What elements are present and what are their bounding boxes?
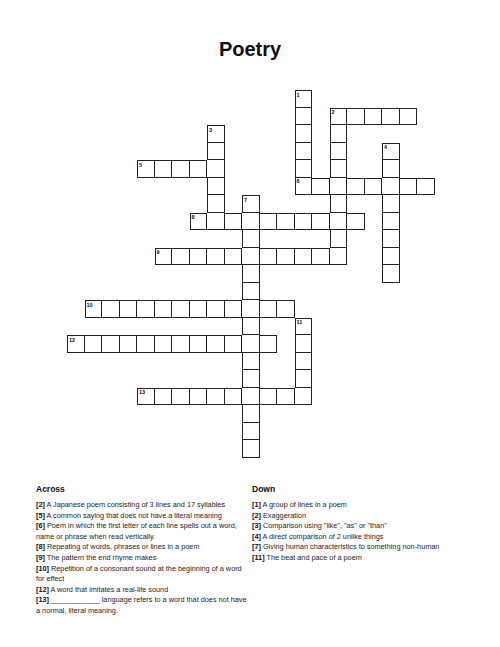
clue-number: [12] (36, 585, 49, 594)
grid-cell-r12c7[interactable] (190, 300, 208, 318)
grid-cell-r2c15[interactable] (330, 125, 348, 143)
grid-cell-r10c18[interactable] (382, 265, 400, 283)
grid-cell-r14c1[interactable] (85, 335, 103, 353)
grid-cell-r17c4[interactable]: 13 (137, 388, 155, 406)
grid-cell-r0c13[interactable]: 1 (295, 90, 313, 108)
clue-across-10: [10] Repetition of a consonant sound at … (36, 564, 252, 585)
grid-cell-r17c8[interactable] (207, 388, 225, 406)
grid-cell-r8c18[interactable] (382, 230, 400, 248)
grid-cell-r7c12[interactable] (277, 213, 295, 231)
grid-cell-r14c13[interactable] (295, 335, 313, 353)
clue-across-6: [6] Poem in which the first letter of ea… (36, 521, 252, 542)
grid-cell-r12c11[interactable] (260, 300, 278, 318)
clue-down-4: [4] A direct comparison of 2 unlike thin… (252, 532, 488, 543)
grid-cell-r1c18[interactable] (382, 108, 400, 126)
grid-cell-r1c15[interactable]: 2 (330, 108, 348, 126)
cell-number-3: 3 (209, 127, 212, 133)
clue-number: [2] (36, 500, 45, 509)
grid-cell-r9c18[interactable] (382, 248, 400, 266)
grid-cell-r4c4[interactable]: 5 (137, 160, 155, 178)
clue-number: [3] (252, 521, 261, 530)
cell-number-10: 10 (87, 302, 93, 308)
across-clues: Across [2] A Japanese poem consisting of… (36, 484, 252, 617)
clue-down-7: [7] Giving human characteristics to some… (252, 542, 488, 553)
grid-cell-r7c16[interactable] (347, 213, 365, 231)
grid-cell-r1c17[interactable] (365, 108, 383, 126)
grid-cell-r9c11[interactable] (260, 248, 278, 266)
clue-number: [11] (252, 553, 265, 562)
grid-cell-r12c3[interactable] (120, 300, 138, 318)
clue-down-3: [3] Comparison using "like", "as" or "th… (252, 521, 488, 532)
grid-cell-r8c15[interactable] (330, 230, 348, 248)
grid-cell-r2c13[interactable] (295, 125, 313, 143)
grid-cell-r3c18[interactable]: 4 (382, 143, 400, 161)
grid-cell-r12c6[interactable] (172, 300, 190, 318)
puzzle-title: Poetry (0, 38, 500, 61)
grid-cell-r14c5[interactable] (155, 335, 173, 353)
grid-cell-r17c5[interactable] (155, 388, 173, 406)
grid-cell-r4c15[interactable] (330, 160, 348, 178)
grid-cell-r9c9[interactable] (225, 248, 243, 266)
clue-across-12: [12] A word that imitates a real-life so… (36, 585, 252, 596)
crossword-grid: 12345678910111213 (67, 90, 435, 458)
grid-cell-r14c2[interactable] (102, 335, 120, 353)
grid-cell-r5c18[interactable] (382, 178, 400, 196)
cell-number-1: 1 (297, 92, 300, 98)
grid-cell-r9c6[interactable] (172, 248, 190, 266)
grid-cell-r14c11[interactable] (260, 335, 278, 353)
down-clues: Down [1] A group of lines in a poem[2] E… (252, 484, 488, 564)
clue-number: [9] (36, 553, 45, 562)
cell-number-8: 8 (192, 214, 195, 220)
grid-cell-r4c5[interactable] (155, 160, 173, 178)
grid-cell-r6c15[interactable] (330, 195, 348, 213)
grid-cell-r12c4[interactable] (137, 300, 155, 318)
grid-cell-r5c14[interactable] (312, 178, 330, 196)
grid-cell-r11c10[interactable] (242, 283, 260, 301)
grid-cell-r3c13[interactable] (295, 143, 313, 161)
grid-cell-r10c10[interactable] (242, 265, 260, 283)
grid-cell-r7c18[interactable] (382, 213, 400, 231)
grid-cell-r17c12[interactable] (277, 388, 295, 406)
grid-cell-r6c8[interactable] (207, 195, 225, 213)
grid-cell-r4c18[interactable] (382, 160, 400, 178)
across-header: Across (36, 484, 252, 494)
grid-cell-r9c10[interactable] (242, 248, 260, 266)
grid-cell-r6c10[interactable]: 7 (242, 195, 260, 213)
clue-number: [6] (36, 521, 45, 530)
grid-cell-r7c13[interactable] (295, 213, 313, 231)
clue-number: [13] (36, 595, 49, 604)
clue-down-2: [2] Exaggeration (252, 511, 488, 522)
grid-cell-r3c15[interactable] (330, 143, 348, 161)
grid-cell-r14c9[interactable] (225, 335, 243, 353)
grid-cell-r14c0[interactable]: 12 (67, 335, 85, 353)
grid-cell-r4c6[interactable] (172, 160, 190, 178)
grid-cell-r12c1[interactable]: 10 (85, 300, 103, 318)
grid-cell-r7c11[interactable] (260, 213, 278, 231)
grid-cell-r9c7[interactable] (190, 248, 208, 266)
grid-cell-r5c16[interactable] (347, 178, 365, 196)
clue-number: [1] (252, 500, 261, 509)
grid-cell-r13c13[interactable]: 11 (295, 318, 313, 336)
grid-cell-r14c6[interactable] (172, 335, 190, 353)
cell-number-11: 11 (297, 319, 303, 325)
grid-cell-r17c10[interactable] (242, 388, 260, 406)
grid-cell-r12c2[interactable] (102, 300, 120, 318)
grid-cell-r14c7[interactable] (190, 335, 208, 353)
grid-cell-r7c14[interactable] (312, 213, 330, 231)
cell-number-9: 9 (157, 249, 160, 255)
clue-number: [7] (252, 542, 261, 551)
across-clue-list: [2] A Japanese poem consisting of 3 line… (36, 500, 252, 617)
grid-cell-r1c13[interactable] (295, 108, 313, 126)
grid-cell-r3c8[interactable] (207, 143, 225, 161)
grid-cell-r17c9[interactable] (225, 388, 243, 406)
cell-number-4: 4 (384, 144, 387, 150)
grid-cell-r12c8[interactable] (207, 300, 225, 318)
grid-cell-r7c9[interactable] (225, 213, 243, 231)
grid-cell-r9c13[interactable] (295, 248, 313, 266)
grid-cell-r15c13[interactable] (295, 353, 313, 371)
grid-cell-r4c7[interactable] (190, 160, 208, 178)
grid-cell-r7c15[interactable] (330, 213, 348, 231)
grid-cell-r20c10[interactable] (242, 440, 260, 458)
clue-number: [10] (36, 564, 49, 573)
grid-cell-r6c18[interactable] (382, 195, 400, 213)
grid-cell-r5c13[interactable]: 6 (295, 178, 313, 196)
grid-cell-r15c10[interactable] (242, 353, 260, 371)
grid-cell-r17c11[interactable] (260, 388, 278, 406)
grid-cell-r5c8[interactable] (207, 178, 225, 196)
grid-cell-r7c7[interactable]: 8 (190, 213, 208, 231)
cell-number-2: 2 (332, 109, 335, 115)
grid-cell-r16c13[interactable] (295, 370, 313, 388)
grid-cell-r13c10[interactable] (242, 318, 260, 336)
clue-number: [2] (252, 511, 261, 520)
grid-cell-r9c5[interactable]: 9 (155, 248, 173, 266)
grid-cell-r9c12[interactable] (277, 248, 295, 266)
grid-cell-r8c10[interactable] (242, 230, 260, 248)
clue-across-8: [8] Repeating of words, phrases or lines… (36, 542, 252, 553)
grid-cell-r17c7[interactable] (190, 388, 208, 406)
grid-cell-r1c19[interactable] (400, 108, 418, 126)
cell-number-6: 6 (297, 178, 300, 184)
cell-number-5: 5 (139, 162, 142, 168)
grid-cell-r2c8[interactable]: 3 (207, 125, 225, 143)
grid-cell-r14c3[interactable] (120, 335, 138, 353)
page: Poetry 12345678910111213 Across [2] A Ja… (0, 0, 500, 647)
clue-down-1: [1] A group of lines in a poem (252, 500, 488, 511)
grid-cell-r17c6[interactable] (172, 388, 190, 406)
cell-number-7: 7 (244, 197, 247, 203)
grid-cell-r4c8[interactable] (207, 160, 225, 178)
cell-number-12: 12 (69, 337, 75, 343)
grid-cell-r5c19[interactable] (400, 178, 418, 196)
clue-across-9: [9] The pattern the end rhyme makes (36, 553, 252, 564)
clue-down-11: [11] The beat and pace of a poem (252, 553, 488, 564)
cell-number-13: 13 (139, 389, 145, 395)
grid-cell-r5c17[interactable] (365, 178, 383, 196)
grid-cell-r5c20[interactable] (417, 178, 435, 196)
grid-cell-r5c15[interactable] (330, 178, 348, 196)
grid-cell-r12c9[interactable] (225, 300, 243, 318)
grid-cell-r9c14[interactable] (312, 248, 330, 266)
down-clue-list: [1] A group of lines in a poem[2] Exagge… (252, 500, 488, 564)
grid-cell-r9c15[interactable] (330, 248, 348, 266)
grid-cell-r17c13[interactable] (295, 388, 313, 406)
grid-cell-r12c10[interactable] (242, 300, 260, 318)
clue-across-5: [5] A common saying that does not have a… (36, 511, 252, 522)
grid-cell-r9c8[interactable] (207, 248, 225, 266)
clue-across-2: [2] A Japanese poem consisting of 3 line… (36, 500, 252, 511)
grid-cell-r7c8[interactable] (207, 213, 225, 231)
grid-cell-r1c16[interactable] (347, 108, 365, 126)
grid-cell-r12c5[interactable] (155, 300, 173, 318)
grid-cell-r19c10[interactable] (242, 423, 260, 441)
grid-cell-r14c10[interactable] (242, 335, 260, 353)
grid-cell-r14c4[interactable] (137, 335, 155, 353)
grid-cell-r7c10[interactable] (242, 213, 260, 231)
clue-number: [8] (36, 542, 45, 551)
down-header: Down (252, 484, 488, 494)
clue-number: [5] (36, 511, 45, 520)
grid-cell-r14c8[interactable] (207, 335, 225, 353)
grid-cell-r18c10[interactable] (242, 405, 260, 423)
grid-cell-r12c12[interactable] (277, 300, 295, 318)
grid-cell-r16c10[interactable] (242, 370, 260, 388)
grid-cell-r4c13[interactable] (295, 160, 313, 178)
clue-number: [4] (252, 532, 261, 541)
clue-across-13: [13] ____________ language refers to a w… (36, 595, 252, 616)
